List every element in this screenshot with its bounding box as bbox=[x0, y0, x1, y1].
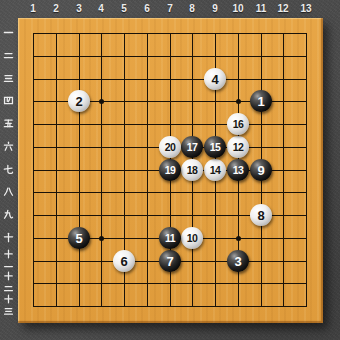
stone-black-5: 5 bbox=[68, 227, 90, 249]
column-label: 10 bbox=[228, 1, 248, 16]
stone-black-3: 3 bbox=[227, 250, 249, 272]
column-label: 5 bbox=[114, 1, 134, 16]
stone-move-number: 11 bbox=[165, 233, 175, 244]
grid-line-vertical bbox=[306, 33, 307, 307]
grid-line-vertical bbox=[283, 33, 284, 307]
stone-black-7: 7 bbox=[159, 250, 181, 272]
stone-black-15: 15 bbox=[204, 136, 226, 158]
column-label: 6 bbox=[137, 1, 157, 16]
stone-white-2: 2 bbox=[68, 90, 90, 112]
stone-white-4: 4 bbox=[204, 68, 226, 90]
star-point bbox=[236, 99, 241, 104]
row-label bbox=[3, 186, 14, 197]
stone-white-16: 16 bbox=[227, 113, 249, 135]
stone-black-13: 13 bbox=[227, 159, 249, 181]
column-label: 1 bbox=[23, 1, 43, 16]
star-point bbox=[236, 236, 241, 241]
stone-white-18: 18 bbox=[181, 159, 203, 181]
column-label: 7 bbox=[160, 1, 180, 16]
stone-move-number: 16 bbox=[233, 119, 244, 130]
column-label: 13 bbox=[296, 1, 316, 16]
stone-move-number: 18 bbox=[187, 165, 198, 176]
stone-white-12: 12 bbox=[227, 136, 249, 158]
stone-move-number: 9 bbox=[257, 164, 264, 177]
row-label bbox=[3, 232, 14, 243]
grid-line-horizontal bbox=[33, 283, 307, 284]
row-label bbox=[3, 294, 14, 317]
stone-white-10: 10 bbox=[181, 227, 203, 249]
row-label bbox=[3, 209, 14, 220]
stone-move-number: 8 bbox=[257, 209, 264, 222]
row-label bbox=[3, 249, 14, 272]
row-label bbox=[3, 118, 14, 129]
star-point bbox=[99, 99, 104, 104]
row-label bbox=[3, 271, 14, 294]
stone-move-number: 6 bbox=[120, 255, 127, 268]
stone-move-number: 19 bbox=[165, 165, 176, 176]
stone-white-14: 14 bbox=[204, 159, 226, 181]
stone-white-8: 8 bbox=[250, 204, 272, 226]
stone-black-9: 9 bbox=[250, 159, 272, 181]
star-point bbox=[99, 236, 104, 241]
row-label bbox=[3, 164, 14, 175]
row-label bbox=[3, 141, 14, 152]
column-label: 8 bbox=[182, 1, 202, 16]
stone-move-number: 14 bbox=[210, 165, 221, 176]
stone-move-number: 12 bbox=[233, 142, 244, 153]
stone-move-number: 15 bbox=[210, 142, 221, 153]
row-label bbox=[3, 27, 14, 38]
column-label: 3 bbox=[69, 1, 89, 16]
column-label: 11 bbox=[251, 1, 271, 16]
stone-black-11: 11 bbox=[159, 227, 181, 249]
stone-move-number: 20 bbox=[165, 142, 176, 153]
stone-move-number: 10 bbox=[187, 233, 198, 244]
stone-black-1: 1 bbox=[250, 90, 272, 112]
stone-white-20: 20 bbox=[159, 136, 181, 158]
row-label bbox=[3, 95, 14, 106]
stone-white-6: 6 bbox=[113, 250, 135, 272]
column-label: 12 bbox=[273, 1, 293, 16]
grid-line-horizontal bbox=[33, 192, 307, 193]
go-board[interactable]: 1234567891011121314151617181920 bbox=[18, 18, 323, 323]
stone-move-number: 7 bbox=[166, 255, 173, 268]
column-label: 2 bbox=[46, 1, 66, 16]
row-label bbox=[3, 73, 14, 84]
stone-move-number: 17 bbox=[187, 142, 198, 153]
stone-move-number: 5 bbox=[75, 232, 82, 245]
grid-line-horizontal bbox=[33, 306, 307, 307]
stone-move-number: 2 bbox=[75, 95, 82, 108]
stone-black-19: 19 bbox=[159, 159, 181, 181]
column-label: 9 bbox=[205, 1, 225, 16]
stone-move-number: 3 bbox=[234, 255, 241, 268]
stone-move-number: 4 bbox=[211, 73, 218, 86]
stone-move-number: 13 bbox=[233, 165, 244, 176]
go-app-screen: 1234567891011121314151617181920 12345678… bbox=[0, 0, 340, 340]
stone-move-number: 1 bbox=[257, 95, 264, 108]
row-label bbox=[3, 50, 14, 61]
column-label: 4 bbox=[91, 1, 111, 16]
stone-black-17: 17 bbox=[181, 136, 203, 158]
